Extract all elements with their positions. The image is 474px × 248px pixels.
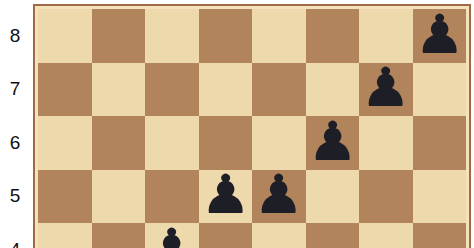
square-a7[interactable] bbox=[38, 63, 92, 117]
square-g5[interactable] bbox=[359, 170, 413, 224]
square-h4[interactable] bbox=[413, 223, 467, 248]
square-e8[interactable] bbox=[252, 9, 306, 63]
rank-label-4: 4 bbox=[0, 223, 30, 248]
square-d5[interactable]: ♟ bbox=[199, 170, 253, 224]
chess-board[interactable]: ♟♟♟♟♟♟ bbox=[38, 9, 466, 248]
square-g8[interactable] bbox=[359, 9, 413, 63]
square-b4[interactable] bbox=[92, 223, 146, 248]
rank-labels: 87654 bbox=[0, 9, 30, 248]
square-d8[interactable] bbox=[199, 9, 253, 63]
square-f6[interactable]: ♟ bbox=[306, 116, 360, 170]
square-f8[interactable] bbox=[306, 9, 360, 63]
square-a6[interactable] bbox=[38, 116, 92, 170]
square-g7[interactable]: ♟ bbox=[359, 63, 413, 117]
square-c6[interactable] bbox=[145, 116, 199, 170]
square-g6[interactable] bbox=[359, 116, 413, 170]
square-h5[interactable] bbox=[413, 170, 467, 224]
rank-label-8: 8 bbox=[0, 9, 30, 63]
square-c4[interactable]: ♟ bbox=[145, 223, 199, 248]
square-h6[interactable] bbox=[413, 116, 467, 170]
square-d6[interactable] bbox=[199, 116, 253, 170]
square-f7[interactable] bbox=[306, 63, 360, 117]
black-pawn-e5: ♟ bbox=[251, 169, 307, 223]
square-g4[interactable] bbox=[359, 223, 413, 248]
square-a4[interactable] bbox=[38, 223, 92, 248]
square-e7[interactable] bbox=[252, 63, 306, 117]
square-f4[interactable] bbox=[306, 223, 360, 248]
chess-diagram-page: 87654 ♟♟♟♟♟♟ bbox=[0, 0, 474, 248]
square-h7[interactable] bbox=[413, 63, 467, 117]
chess-board-frame: ♟♟♟♟♟♟ bbox=[33, 4, 471, 248]
square-b6[interactable] bbox=[92, 116, 146, 170]
square-a8[interactable] bbox=[38, 9, 92, 63]
square-c7[interactable] bbox=[145, 63, 199, 117]
square-a5[interactable] bbox=[38, 170, 92, 224]
black-pawn-d5: ♟ bbox=[197, 169, 253, 223]
black-pawn-c4: ♟ bbox=[144, 222, 200, 248]
rank-label-5: 5 bbox=[0, 170, 30, 224]
black-pawn-g7: ♟ bbox=[358, 62, 414, 116]
black-pawn-h8: ♟ bbox=[411, 8, 467, 62]
square-d7[interactable] bbox=[199, 63, 253, 117]
square-b5[interactable] bbox=[92, 170, 146, 224]
square-c5[interactable] bbox=[145, 170, 199, 224]
square-f5[interactable] bbox=[306, 170, 360, 224]
rank-label-7: 7 bbox=[0, 63, 30, 117]
black-pawn-f6: ♟ bbox=[304, 115, 360, 169]
square-c8[interactable] bbox=[145, 9, 199, 63]
square-h8[interactable]: ♟ bbox=[413, 9, 467, 63]
rank-label-6: 6 bbox=[0, 116, 30, 170]
square-d4[interactable] bbox=[199, 223, 253, 248]
square-e6[interactable] bbox=[252, 116, 306, 170]
square-e4[interactable] bbox=[252, 223, 306, 248]
square-b8[interactable] bbox=[92, 9, 146, 63]
square-e5[interactable]: ♟ bbox=[252, 170, 306, 224]
square-b7[interactable] bbox=[92, 63, 146, 117]
